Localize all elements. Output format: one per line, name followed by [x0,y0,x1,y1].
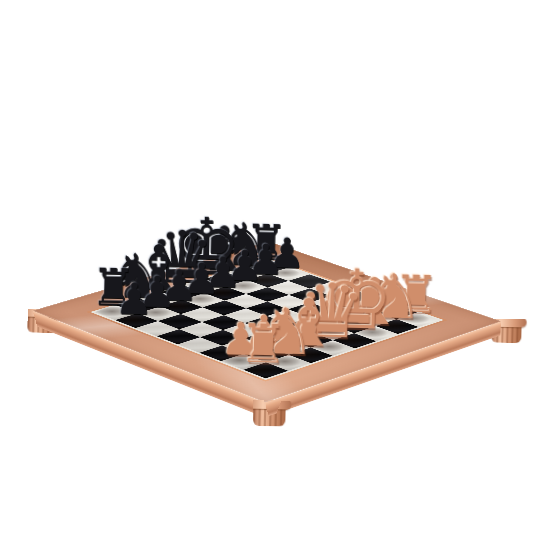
square-a5 [156,329,200,344]
chess-board: ♜♞♟♝♟♚♟♛♟♝♟♞♟♟♜♟♟♜♟♟♞♟♝♟♚♟♛♟♝♟♞♜ [32,241,501,402]
piece-black-pawn-a7: ♟ [101,277,166,322]
chess-set-product-photo: ♜♞♟♝♟♚♟♛♟♝♟♞♟♟♜♟♟♜♟♟♞♟♝♟♚♟♛♟♝♟♞♜ [0,0,533,533]
square-a6 [136,321,180,336]
piece-white-rook-a1: ♜ [229,316,297,371]
